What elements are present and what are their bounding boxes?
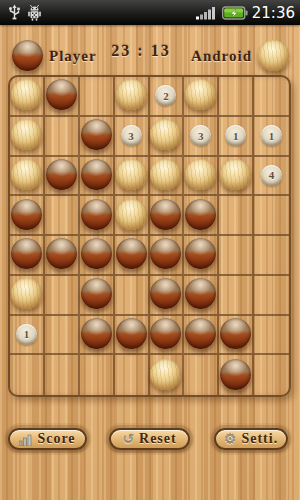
piece-brown <box>185 318 216 349</box>
board-cell[interactable] <box>219 77 254 117</box>
piece-brown <box>46 79 77 110</box>
board-cell[interactable] <box>150 355 185 395</box>
piece-tan <box>150 359 181 390</box>
board-cell[interactable] <box>45 316 80 356</box>
usb-icon <box>8 4 21 21</box>
move-hint-circle[interactable]: 1 <box>16 324 37 345</box>
board-cell[interactable] <box>80 77 115 117</box>
board-cell[interactable]: 1 <box>10 316 45 356</box>
piece-tan <box>11 119 42 150</box>
android-piece-icon <box>258 40 289 71</box>
bar-chart-icon <box>19 433 32 446</box>
status-left <box>8 4 42 21</box>
board-cell[interactable] <box>219 316 254 356</box>
board-cell[interactable] <box>45 355 80 395</box>
piece-tan <box>116 79 147 110</box>
board-cell[interactable]: 4 <box>254 157 289 197</box>
board-cell[interactable] <box>150 157 185 197</box>
piece-brown <box>81 159 112 190</box>
board-cell[interactable] <box>10 77 45 117</box>
board-cell[interactable] <box>45 276 80 316</box>
status-bar: 21:36 <box>0 0 300 25</box>
piece-brown <box>150 278 181 309</box>
reset-button-label: Reset <box>139 431 177 447</box>
board-cell[interactable] <box>80 276 115 316</box>
settings-button-label: Setti. <box>241 431 278 447</box>
score-header: Player 23 : 13 Android <box>0 25 300 75</box>
board-cell[interactable] <box>80 117 115 157</box>
board-cell[interactable] <box>10 117 45 157</box>
piece-tan <box>150 119 181 150</box>
board-cell[interactable] <box>254 316 289 356</box>
status-right: 21:36 <box>196 4 295 22</box>
piece-brown <box>185 278 216 309</box>
piece-brown <box>81 119 112 150</box>
board-cell[interactable] <box>10 276 45 316</box>
board-cell[interactable] <box>219 236 254 276</box>
board-cell[interactable] <box>80 196 115 236</box>
move-hint-circle[interactable]: 2 <box>155 85 176 106</box>
android-label: Android <box>191 48 252 65</box>
board-cell[interactable]: 3 <box>184 117 219 157</box>
piece-tan <box>116 199 147 230</box>
piece-tan <box>11 278 42 309</box>
board-cell[interactable] <box>115 196 150 236</box>
board-cell[interactable] <box>184 157 219 197</box>
board-cell[interactable] <box>80 316 115 356</box>
piece-brown <box>81 238 112 269</box>
board-cell[interactable] <box>115 316 150 356</box>
piece-brown <box>116 318 147 349</box>
piece-brown <box>81 199 112 230</box>
piece-brown <box>220 359 251 390</box>
board-cell[interactable] <box>45 196 80 236</box>
move-hint-circle[interactable]: 3 <box>190 125 211 146</box>
board-cell[interactable] <box>45 117 80 157</box>
game-board: 2331141 <box>8 75 291 397</box>
board-cell[interactable] <box>115 236 150 276</box>
piece-tan <box>220 159 251 190</box>
board-cell[interactable] <box>150 316 185 356</box>
piece-brown <box>185 199 216 230</box>
battery-charging-icon <box>222 6 248 20</box>
board-cell[interactable] <box>115 77 150 117</box>
piece-brown <box>46 159 77 190</box>
reset-button[interactable]: ↺ Reset <box>109 428 190 450</box>
piece-tan <box>116 159 147 190</box>
board-cell[interactable] <box>254 276 289 316</box>
board-cell[interactable]: 2 <box>150 77 185 117</box>
piece-tan <box>185 159 216 190</box>
board-cell[interactable] <box>150 276 185 316</box>
board-cell[interactable]: 3 <box>115 117 150 157</box>
board-cell[interactable] <box>115 355 150 395</box>
board-cell[interactable] <box>80 157 115 197</box>
board-cell[interactable] <box>45 157 80 197</box>
piece-brown <box>81 318 112 349</box>
board-cell[interactable] <box>80 236 115 276</box>
board-cell[interactable] <box>184 77 219 117</box>
piece-brown <box>150 238 181 269</box>
gear-icon: ⚙ <box>224 432 237 446</box>
move-hint-circle[interactable]: 1 <box>261 125 282 146</box>
board-cell[interactable] <box>10 236 45 276</box>
piece-brown <box>220 318 251 349</box>
board-cell[interactable] <box>219 157 254 197</box>
board-cell[interactable] <box>254 236 289 276</box>
move-hint-circle[interactable]: 4 <box>261 165 282 186</box>
board-cell[interactable] <box>184 196 219 236</box>
app-screen: 21:36 Player 23 : 13 Android 2331141 Sco… <box>0 0 300 500</box>
piece-brown <box>81 278 112 309</box>
board-cell[interactable] <box>10 355 45 395</box>
board-cell[interactable] <box>115 157 150 197</box>
board-cell[interactable] <box>150 196 185 236</box>
signal-icon <box>196 6 218 20</box>
board-cell[interactable] <box>219 276 254 316</box>
score-button-label: Score <box>37 431 75 447</box>
move-hint-circle[interactable]: 3 <box>121 125 142 146</box>
board-cell[interactable] <box>45 236 80 276</box>
piece-brown <box>116 238 147 269</box>
piece-tan <box>11 159 42 190</box>
android-group: Android <box>191 42 289 71</box>
move-hint-circle[interactable]: 1 <box>225 125 246 146</box>
board-cell[interactable] <box>184 355 219 395</box>
piece-brown <box>150 318 181 349</box>
piece-brown <box>11 238 42 269</box>
piece-brown <box>150 199 181 230</box>
board-cell[interactable] <box>184 316 219 356</box>
board-cell[interactable] <box>219 355 254 395</box>
piece-tan <box>150 159 181 190</box>
board-cell[interactable] <box>10 157 45 197</box>
board-cell[interactable]: 1 <box>219 117 254 157</box>
board-cell[interactable] <box>150 236 185 276</box>
android-debug-icon <box>27 4 42 21</box>
board-cell[interactable]: 1 <box>254 117 289 157</box>
board-cell[interactable] <box>150 117 185 157</box>
piece-tan <box>11 79 42 110</box>
piece-brown <box>185 238 216 269</box>
board-cell[interactable] <box>115 276 150 316</box>
board-cell[interactable] <box>254 196 289 236</box>
board-cell[interactable] <box>254 77 289 117</box>
board-cell[interactable] <box>10 196 45 236</box>
piece-brown <box>46 238 77 269</box>
score-button[interactable]: Score <box>8 428 87 450</box>
settings-button[interactable]: ⚙ Setti. <box>214 428 288 450</box>
board-cell[interactable] <box>219 196 254 236</box>
board-cell[interactable] <box>80 355 115 395</box>
board-cell[interactable] <box>184 276 219 316</box>
board-cell[interactable] <box>45 77 80 117</box>
piece-tan <box>185 79 216 110</box>
piece-brown <box>11 199 42 230</box>
board-cell[interactable] <box>254 355 289 395</box>
clock-text: 21:36 <box>252 4 295 22</box>
undo-icon: ↺ <box>122 432 134 446</box>
board-cell[interactable] <box>184 236 219 276</box>
